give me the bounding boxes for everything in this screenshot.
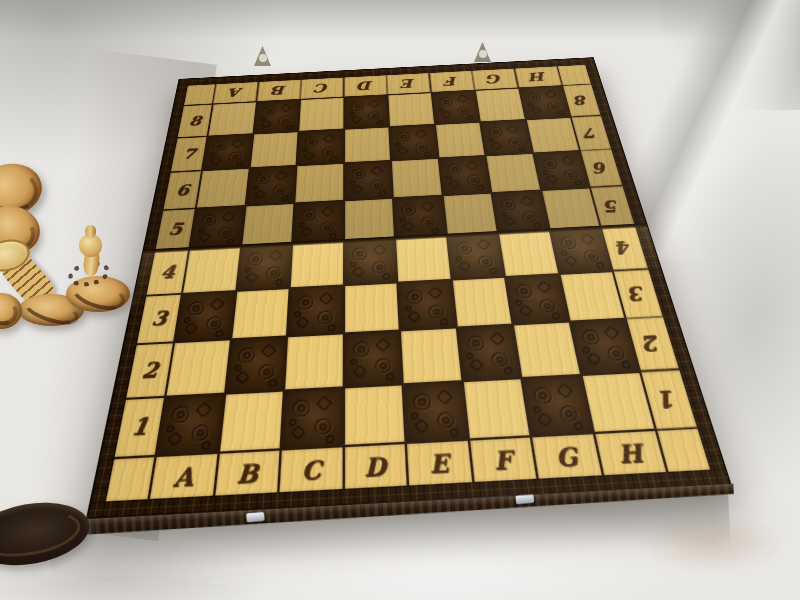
board-lighting: [87, 58, 730, 518]
box-latch-left: [246, 512, 265, 523]
pawn-tip: [85, 225, 96, 238]
photo-scene: ABCDEFGH8877665544332211ABCDEFGH: [0, 0, 800, 600]
board-rim: ABCDEFGH8877665544332211ABCDEFGH: [86, 57, 732, 519]
black-piece-base[interactable]: [0, 494, 94, 574]
off-board-pieces: [0, 0, 160, 600]
cloth-shadow-topright: [660, 0, 800, 110]
cloth-stain: [636, 512, 786, 574]
white-pawn-standing[interactable]: [52, 236, 136, 324]
chess-board-box: ABCDEFGH8877665544332211ABCDEFGH: [129, 0, 661, 504]
